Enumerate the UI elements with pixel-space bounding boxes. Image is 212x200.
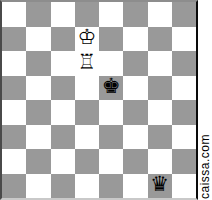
square-h5[interactable]	[172, 76, 196, 101]
square-f8[interactable]	[123, 2, 147, 27]
branding-strip: caissa.com	[198, 0, 212, 200]
square-b5[interactable]	[26, 76, 50, 101]
square-c3[interactable]	[51, 125, 75, 150]
square-e8[interactable]	[99, 2, 123, 27]
white-rook-piece[interactable]: ♖	[77, 52, 96, 73]
square-b3[interactable]	[26, 125, 50, 150]
square-d4[interactable]	[75, 100, 99, 125]
square-g7[interactable]	[148, 27, 172, 52]
white-king-piece[interactable]: ♔	[77, 27, 96, 48]
square-d2[interactable]	[75, 149, 99, 174]
square-a5[interactable]	[2, 76, 26, 101]
square-g8[interactable]	[148, 2, 172, 27]
square-g3[interactable]	[148, 125, 172, 150]
square-c5[interactable]	[51, 76, 75, 101]
square-b6[interactable]	[26, 51, 50, 76]
square-h1[interactable]	[172, 174, 196, 199]
square-g5[interactable]	[148, 76, 172, 101]
square-a3[interactable]	[2, 125, 26, 150]
square-b2[interactable]	[26, 149, 50, 174]
square-f3[interactable]	[123, 125, 147, 150]
square-e5[interactable]: ♚	[99, 76, 123, 101]
square-f7[interactable]	[123, 27, 147, 52]
square-c4[interactable]	[51, 100, 75, 125]
square-e3[interactable]	[99, 125, 123, 150]
square-e7[interactable]	[99, 27, 123, 52]
square-f2[interactable]	[123, 149, 147, 174]
square-h8[interactable]	[172, 2, 196, 27]
square-a4[interactable]	[2, 100, 26, 125]
square-e1[interactable]	[99, 174, 123, 199]
square-e4[interactable]	[99, 100, 123, 125]
square-f1[interactable]	[123, 174, 147, 199]
square-g1[interactable]: ♛	[148, 174, 172, 199]
square-d6[interactable]: ♖	[75, 51, 99, 76]
square-c7[interactable]	[51, 27, 75, 52]
black-queen-piece[interactable]: ♛	[150, 174, 169, 195]
square-g2[interactable]	[148, 149, 172, 174]
site-label: caissa.com	[198, 134, 212, 199]
square-b4[interactable]	[26, 100, 50, 125]
square-h4[interactable]	[172, 100, 196, 125]
square-e6[interactable]	[99, 51, 123, 76]
square-b8[interactable]	[26, 2, 50, 27]
square-g6[interactable]	[148, 51, 172, 76]
square-f5[interactable]	[123, 76, 147, 101]
square-e2[interactable]	[99, 149, 123, 174]
square-d1[interactable]	[75, 174, 99, 199]
square-d5[interactable]	[75, 76, 99, 101]
square-f4[interactable]	[123, 100, 147, 125]
square-a2[interactable]	[2, 149, 26, 174]
square-h6[interactable]	[172, 51, 196, 76]
square-b1[interactable]	[26, 174, 50, 199]
chess-diagram: ♔♖♚♛ caissa.com	[0, 0, 212, 200]
square-a8[interactable]	[2, 2, 26, 27]
square-h2[interactable]	[172, 149, 196, 174]
square-g4[interactable]	[148, 100, 172, 125]
square-d7[interactable]: ♔	[75, 27, 99, 52]
square-b7[interactable]	[26, 27, 50, 52]
square-c8[interactable]	[51, 2, 75, 27]
square-a7[interactable]	[2, 27, 26, 52]
square-d8[interactable]	[75, 2, 99, 27]
square-f6[interactable]	[123, 51, 147, 76]
square-c2[interactable]	[51, 149, 75, 174]
chess-board: ♔♖♚♛	[0, 0, 198, 200]
square-h3[interactable]	[172, 125, 196, 150]
square-h7[interactable]	[172, 27, 196, 52]
black-king-piece[interactable]: ♚	[102, 76, 121, 97]
square-c6[interactable]	[51, 51, 75, 76]
square-c1[interactable]	[51, 174, 75, 199]
square-d3[interactable]	[75, 125, 99, 150]
square-a1[interactable]	[2, 174, 26, 199]
square-a6[interactable]	[2, 51, 26, 76]
